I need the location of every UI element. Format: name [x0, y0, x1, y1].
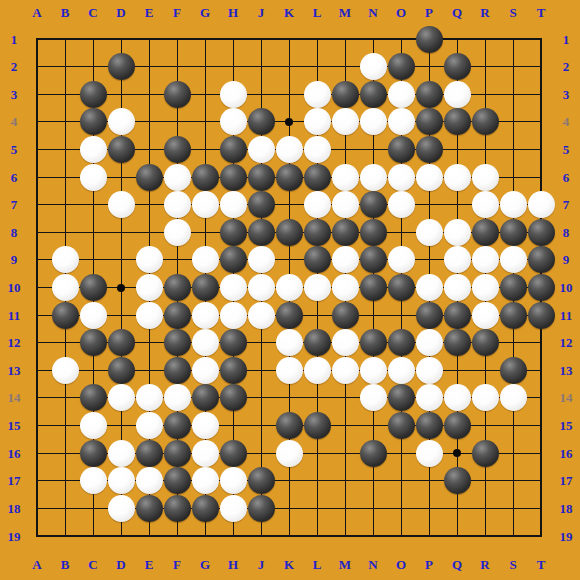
black-stone	[416, 108, 443, 135]
white-stone	[388, 81, 415, 108]
black-stone	[276, 219, 303, 246]
black-stone	[360, 440, 387, 467]
black-stone	[472, 219, 499, 246]
white-stone	[388, 108, 415, 135]
black-stone	[220, 246, 247, 273]
column-label-bottom: B	[56, 557, 74, 572]
black-stone	[220, 384, 247, 411]
black-stone	[528, 219, 555, 246]
black-stone	[416, 81, 443, 108]
white-stone	[220, 302, 247, 329]
column-label-top: B	[56, 5, 74, 20]
black-stone	[192, 384, 219, 411]
row-label-left: 9	[1, 252, 27, 267]
black-stone	[108, 329, 135, 356]
white-stone	[192, 302, 219, 329]
black-stone	[360, 246, 387, 273]
star-point	[453, 449, 461, 457]
black-stone	[220, 136, 247, 163]
row-label-right: 14	[553, 390, 579, 405]
white-stone	[416, 274, 443, 301]
white-stone	[388, 357, 415, 384]
white-stone	[136, 412, 163, 439]
black-stone	[360, 219, 387, 246]
black-stone	[164, 467, 191, 494]
white-stone	[220, 467, 247, 494]
white-stone	[444, 219, 471, 246]
black-stone	[136, 495, 163, 522]
column-label-top: S	[504, 5, 522, 20]
row-label-right: 7	[553, 197, 579, 212]
black-stone	[332, 302, 359, 329]
row-label-right: 15	[553, 418, 579, 433]
white-stone	[444, 384, 471, 411]
black-stone	[220, 357, 247, 384]
white-stone	[332, 191, 359, 218]
black-stone	[444, 467, 471, 494]
white-stone	[472, 274, 499, 301]
column-label-top: G	[196, 5, 214, 20]
column-label-bottom: C	[84, 557, 102, 572]
white-stone	[136, 467, 163, 494]
black-stone	[304, 246, 331, 273]
black-stone	[136, 164, 163, 191]
black-stone	[164, 136, 191, 163]
row-label-right: 12	[553, 335, 579, 350]
black-stone	[80, 440, 107, 467]
white-stone	[276, 274, 303, 301]
white-stone	[192, 246, 219, 273]
black-stone	[136, 440, 163, 467]
white-stone	[304, 136, 331, 163]
white-stone	[80, 164, 107, 191]
black-stone	[472, 329, 499, 356]
white-stone	[108, 495, 135, 522]
black-stone	[500, 274, 527, 301]
white-stone	[360, 108, 387, 135]
black-stone	[360, 329, 387, 356]
column-label-bottom: Q	[448, 557, 466, 572]
row-label-right: 18	[553, 501, 579, 516]
white-stone	[472, 164, 499, 191]
column-label-top: H	[224, 5, 242, 20]
white-stone	[52, 357, 79, 384]
row-label-left: 7	[1, 197, 27, 212]
black-stone	[304, 329, 331, 356]
white-stone	[360, 357, 387, 384]
black-stone	[360, 191, 387, 218]
column-label-top: E	[140, 5, 158, 20]
black-stone	[192, 495, 219, 522]
column-label-top: N	[364, 5, 382, 20]
white-stone	[136, 274, 163, 301]
black-stone	[444, 329, 471, 356]
column-label-bottom: D	[112, 557, 130, 572]
row-label-right: 5	[553, 142, 579, 157]
column-label-top: F	[168, 5, 186, 20]
white-stone	[136, 384, 163, 411]
row-label-left: 17	[1, 473, 27, 488]
row-label-right: 16	[553, 446, 579, 461]
black-stone	[192, 164, 219, 191]
black-stone	[164, 329, 191, 356]
white-stone	[444, 164, 471, 191]
black-stone	[500, 302, 527, 329]
black-stone	[416, 136, 443, 163]
white-stone	[360, 53, 387, 80]
white-stone	[220, 108, 247, 135]
black-stone	[276, 412, 303, 439]
black-stone	[444, 53, 471, 80]
black-stone	[220, 329, 247, 356]
row-label-left: 2	[1, 59, 27, 74]
white-stone	[248, 136, 275, 163]
black-stone	[444, 108, 471, 135]
black-stone	[528, 246, 555, 273]
white-stone	[472, 191, 499, 218]
column-label-bottom: E	[140, 557, 158, 572]
white-stone	[108, 384, 135, 411]
white-stone	[192, 357, 219, 384]
black-stone	[80, 274, 107, 301]
black-stone	[164, 495, 191, 522]
black-stone	[304, 412, 331, 439]
column-label-top: C	[84, 5, 102, 20]
black-stone	[164, 357, 191, 384]
white-stone	[220, 495, 247, 522]
row-label-left: 8	[1, 225, 27, 240]
white-stone	[304, 274, 331, 301]
column-label-bottom: H	[224, 557, 242, 572]
column-label-bottom: N	[364, 557, 382, 572]
white-stone	[472, 302, 499, 329]
row-label-left: 3	[1, 87, 27, 102]
white-stone	[80, 412, 107, 439]
black-stone	[360, 274, 387, 301]
column-label-top: O	[392, 5, 410, 20]
black-stone	[248, 495, 275, 522]
row-label-left: 19	[1, 529, 27, 544]
white-stone	[416, 357, 443, 384]
black-stone	[444, 412, 471, 439]
row-label-right: 6	[553, 170, 579, 185]
row-label-left: 12	[1, 335, 27, 350]
column-label-bottom: J	[252, 557, 270, 572]
white-stone	[360, 384, 387, 411]
white-stone	[416, 164, 443, 191]
row-label-left: 5	[1, 142, 27, 157]
column-label-top: K	[280, 5, 298, 20]
column-label-top: T	[532, 5, 550, 20]
white-stone	[220, 274, 247, 301]
horizontal-grid-line	[36, 535, 542, 537]
white-stone	[80, 302, 107, 329]
black-stone	[80, 81, 107, 108]
black-stone	[388, 329, 415, 356]
white-stone	[108, 440, 135, 467]
black-stone	[332, 81, 359, 108]
black-stone	[248, 467, 275, 494]
row-label-left: 13	[1, 363, 27, 378]
row-label-right: 10	[553, 280, 579, 295]
white-stone	[276, 329, 303, 356]
white-stone	[500, 191, 527, 218]
white-stone	[108, 108, 135, 135]
white-stone	[52, 246, 79, 273]
black-stone	[304, 164, 331, 191]
white-stone	[332, 164, 359, 191]
black-stone	[192, 274, 219, 301]
row-label-left: 14	[1, 390, 27, 405]
white-stone	[80, 136, 107, 163]
black-stone	[80, 108, 107, 135]
white-stone	[444, 274, 471, 301]
white-stone	[164, 191, 191, 218]
column-label-top: M	[336, 5, 354, 20]
white-stone	[388, 246, 415, 273]
column-label-top: J	[252, 5, 270, 20]
column-label-bottom: O	[392, 557, 410, 572]
white-stone	[444, 246, 471, 273]
row-label-left: 16	[1, 446, 27, 461]
black-stone	[248, 191, 275, 218]
row-label-right: 2	[553, 59, 579, 74]
white-stone	[164, 384, 191, 411]
black-stone	[388, 274, 415, 301]
black-stone	[80, 384, 107, 411]
white-stone	[108, 467, 135, 494]
black-stone	[248, 108, 275, 135]
column-label-bottom: K	[280, 557, 298, 572]
white-stone	[108, 191, 135, 218]
white-stone	[248, 274, 275, 301]
white-stone	[304, 357, 331, 384]
white-stone	[248, 302, 275, 329]
black-stone	[108, 357, 135, 384]
column-label-top: Q	[448, 5, 466, 20]
white-stone	[80, 467, 107, 494]
white-stone	[472, 384, 499, 411]
white-stone	[332, 357, 359, 384]
black-stone	[276, 302, 303, 329]
black-stone	[108, 53, 135, 80]
row-label-left: 15	[1, 418, 27, 433]
white-stone	[192, 329, 219, 356]
column-label-top: D	[112, 5, 130, 20]
black-stone	[164, 302, 191, 329]
column-label-top: R	[476, 5, 494, 20]
white-stone	[332, 329, 359, 356]
white-stone	[136, 246, 163, 273]
black-stone	[220, 164, 247, 191]
white-stone	[304, 191, 331, 218]
white-stone	[192, 191, 219, 218]
black-stone	[388, 136, 415, 163]
black-stone	[388, 53, 415, 80]
black-stone	[248, 164, 275, 191]
row-label-left: 18	[1, 501, 27, 516]
row-label-right: 11	[553, 308, 579, 323]
go-board-app: AABBCCDDEEFFGGHHJJKKLLMMNNOOPPQQRRSSTT11…	[0, 0, 580, 580]
white-stone	[220, 81, 247, 108]
row-label-left: 10	[1, 280, 27, 295]
black-stone	[164, 274, 191, 301]
white-stone	[416, 440, 443, 467]
black-stone	[80, 329, 107, 356]
row-label-left: 11	[1, 308, 27, 323]
row-label-right: 4	[553, 114, 579, 129]
column-label-bottom: A	[28, 557, 46, 572]
black-stone	[472, 440, 499, 467]
black-stone	[164, 81, 191, 108]
column-label-top: A	[28, 5, 46, 20]
black-stone	[444, 302, 471, 329]
column-label-bottom: S	[504, 557, 522, 572]
row-label-right: 3	[553, 87, 579, 102]
column-label-top: P	[420, 5, 438, 20]
white-stone	[332, 108, 359, 135]
white-stone	[304, 81, 331, 108]
white-stone	[220, 191, 247, 218]
white-stone	[528, 191, 555, 218]
black-stone	[528, 302, 555, 329]
white-stone	[164, 219, 191, 246]
white-stone	[416, 384, 443, 411]
white-stone	[472, 246, 499, 273]
row-label-right: 8	[553, 225, 579, 240]
white-stone	[164, 164, 191, 191]
black-stone	[164, 440, 191, 467]
white-stone	[248, 246, 275, 273]
black-stone	[248, 219, 275, 246]
row-label-right: 9	[553, 252, 579, 267]
column-label-top: L	[308, 5, 326, 20]
column-label-bottom: P	[420, 557, 438, 572]
white-stone	[192, 467, 219, 494]
white-stone	[192, 412, 219, 439]
black-stone	[416, 26, 443, 53]
column-label-bottom: M	[336, 557, 354, 572]
white-stone	[332, 246, 359, 273]
black-stone	[528, 274, 555, 301]
black-stone	[220, 219, 247, 246]
star-point	[285, 118, 293, 126]
white-stone	[276, 440, 303, 467]
row-label-left: 1	[1, 32, 27, 47]
white-stone	[500, 246, 527, 273]
black-stone	[388, 412, 415, 439]
black-stone	[220, 440, 247, 467]
horizontal-grid-line	[36, 38, 542, 40]
white-stone	[416, 329, 443, 356]
black-stone	[164, 412, 191, 439]
white-stone	[388, 164, 415, 191]
white-stone	[276, 136, 303, 163]
black-stone	[388, 384, 415, 411]
black-stone	[416, 412, 443, 439]
white-stone	[276, 357, 303, 384]
black-stone	[304, 219, 331, 246]
white-stone	[416, 219, 443, 246]
row-label-right: 19	[553, 529, 579, 544]
black-stone	[500, 219, 527, 246]
white-stone	[360, 164, 387, 191]
row-label-right: 17	[553, 473, 579, 488]
black-stone	[332, 219, 359, 246]
black-stone	[500, 357, 527, 384]
column-label-bottom: R	[476, 557, 494, 572]
black-stone	[108, 136, 135, 163]
black-stone	[276, 164, 303, 191]
row-label-left: 4	[1, 114, 27, 129]
row-label-left: 6	[1, 170, 27, 185]
star-point	[117, 284, 125, 292]
white-stone	[388, 191, 415, 218]
white-stone	[332, 274, 359, 301]
row-label-right: 13	[553, 363, 579, 378]
white-stone	[136, 302, 163, 329]
white-stone	[304, 108, 331, 135]
black-stone	[360, 81, 387, 108]
column-label-bottom: T	[532, 557, 550, 572]
column-label-bottom: L	[308, 557, 326, 572]
column-label-bottom: F	[168, 557, 186, 572]
black-stone	[472, 108, 499, 135]
white-stone	[192, 440, 219, 467]
white-stone	[52, 274, 79, 301]
black-stone	[416, 302, 443, 329]
column-label-bottom: G	[196, 557, 214, 572]
white-stone	[444, 81, 471, 108]
row-label-right: 1	[553, 32, 579, 47]
white-stone	[500, 384, 527, 411]
black-stone	[52, 302, 79, 329]
